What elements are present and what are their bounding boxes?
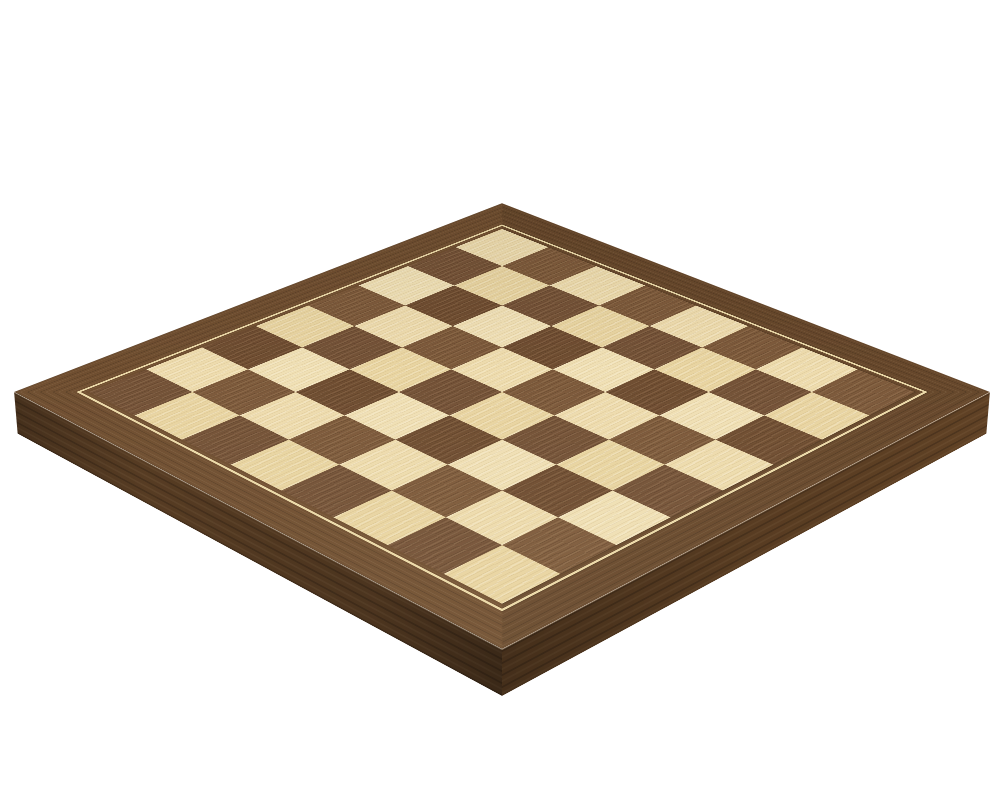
- square-e4[interactable]: [450, 392, 555, 440]
- square-e3[interactable]: [395, 415, 502, 464]
- square-c2[interactable]: [240, 392, 345, 440]
- square-f4[interactable]: [502, 415, 609, 464]
- square-f3[interactable]: [448, 440, 557, 491]
- square-e2[interactable]: [339, 440, 448, 491]
- square-h4[interactable]: [612, 465, 722, 518]
- square-e1[interactable]: [281, 465, 391, 518]
- square-h1[interactable]: [444, 545, 560, 604]
- photo-background: [0, 0, 1000, 800]
- square-b1[interactable]: [135, 392, 240, 440]
- square-d2[interactable]: [289, 415, 396, 464]
- board-frame-near-left-strip: [14, 375, 546, 649]
- square-h7[interactable]: [764, 392, 869, 440]
- square-h6[interactable]: [715, 415, 822, 464]
- square-g1[interactable]: [388, 517, 502, 574]
- square-g6[interactable]: [659, 392, 764, 440]
- square-g5[interactable]: [609, 415, 716, 464]
- square-f5[interactable]: [554, 392, 659, 440]
- square-g2[interactable]: [446, 491, 558, 546]
- square-h2[interactable]: [502, 517, 616, 574]
- square-h3[interactable]: [558, 491, 670, 546]
- square-f2[interactable]: [392, 465, 502, 518]
- square-f1[interactable]: [333, 491, 445, 546]
- square-c1[interactable]: [182, 415, 289, 464]
- square-d3[interactable]: [345, 392, 450, 440]
- chessboard: [14, 203, 990, 649]
- square-g3[interactable]: [502, 465, 612, 518]
- board-frame-far-right-strip: [458, 375, 990, 649]
- square-d1[interactable]: [231, 440, 340, 491]
- board-top-face: [14, 203, 990, 649]
- square-h5[interactable]: [665, 440, 774, 491]
- board-field: [89, 229, 915, 604]
- square-g4[interactable]: [556, 440, 665, 491]
